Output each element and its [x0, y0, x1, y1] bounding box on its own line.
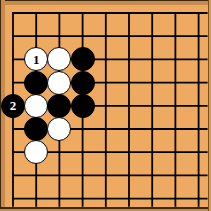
stone-black-move-2: 2 — [1, 94, 25, 118]
stone-black — [71, 94, 95, 118]
stone-black — [71, 71, 95, 95]
stone-white — [47, 47, 71, 71]
stone-black — [24, 71, 48, 95]
stone-black — [71, 47, 95, 71]
stone-white-move-1: 1 — [24, 47, 48, 71]
move-number-label: 2 — [10, 99, 17, 112]
go-board-diagram: 12 — [0, 0, 211, 211]
stone-white — [24, 140, 48, 164]
move-number-label: 1 — [33, 52, 40, 65]
board-grid: 12 — [1, 1, 210, 210]
stone-white — [47, 71, 71, 95]
stone-black — [47, 94, 71, 118]
stone-white — [24, 94, 48, 118]
stone-black — [24, 117, 48, 141]
stone-white — [47, 117, 71, 141]
